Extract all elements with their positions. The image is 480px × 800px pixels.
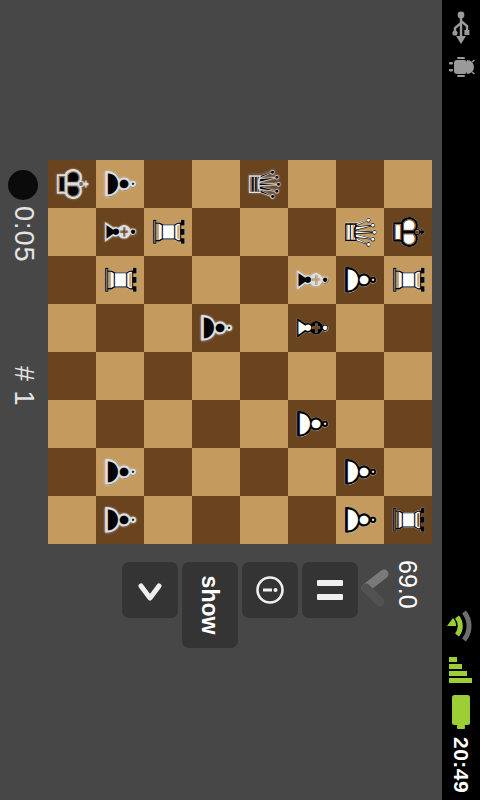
square-c3[interactable] [144, 256, 192, 304]
square-g5[interactable] [240, 448, 288, 496]
square-b1[interactable] [48, 208, 96, 256]
piece-bB-b2: ♝♗ [96, 208, 144, 256]
square-h8[interactable]: ♜♖ [384, 496, 432, 544]
adb-debug-icon [442, 54, 480, 80]
square-g7[interactable]: ♟♙ [336, 448, 384, 496]
square-d2[interactable] [96, 304, 144, 352]
status-bar: 20:49 [442, 0, 480, 800]
piece-bP-d4: ♟♙ [192, 304, 240, 352]
pause-button[interactable] [302, 562, 358, 618]
system-clock: 20:49 [442, 737, 480, 793]
square-g6[interactable] [288, 448, 336, 496]
square-h5[interactable] [240, 496, 288, 544]
square-a7[interactable] [336, 160, 384, 208]
elapsed-time: 0:05 [8, 206, 39, 263]
square-f1[interactable] [48, 400, 96, 448]
square-c5[interactable] [240, 256, 288, 304]
square-c1[interactable] [48, 256, 96, 304]
info-button[interactable] [242, 562, 298, 618]
square-f7[interactable] [336, 400, 384, 448]
square-b6[interactable] [288, 208, 336, 256]
square-d7[interactable] [336, 304, 384, 352]
pencil-icon [358, 566, 392, 610]
square-d1[interactable] [48, 304, 96, 352]
square-e1[interactable] [48, 352, 96, 400]
piece-wR-c8: ♜♖ [384, 256, 432, 304]
piece-wP-h7: ♟♙ [336, 496, 384, 544]
info-icon [254, 574, 286, 606]
square-a5[interactable]: ♛♕ [240, 160, 288, 208]
square-b2[interactable]: ♝♗ [96, 208, 144, 256]
square-a8[interactable] [384, 160, 432, 208]
square-f4[interactable] [192, 400, 240, 448]
square-g3[interactable] [144, 448, 192, 496]
piece-wB-d6: ♝♗ [288, 304, 336, 352]
square-e2[interactable] [96, 352, 144, 400]
piece-wP-g7: ♟♙ [336, 448, 384, 496]
square-g1[interactable] [48, 448, 96, 496]
piece-wR-h8: ♜♖ [384, 496, 432, 544]
phone-screen: 20:49 ♚♔♜♖♜♖♛♕♟♙♟♙♟♙♝♗♝♗♟♙♛♕♟♙♜♖♟♙♝♗♜♖♟♙… [0, 0, 480, 800]
pause-bar-icon [317, 594, 343, 600]
show-button[interactable]: show [182, 562, 238, 648]
square-a1[interactable]: ♚♔ [48, 160, 96, 208]
square-f8[interactable] [384, 400, 432, 448]
pause-bar-icon [317, 580, 343, 586]
signal-bars-icon [442, 656, 480, 686]
score-value: 69.0 [393, 560, 422, 609]
square-d5[interactable] [240, 304, 288, 352]
usb-icon [442, 10, 480, 44]
piece-wR-b3: ♜♖ [144, 208, 192, 256]
square-h7[interactable]: ♟♙ [336, 496, 384, 544]
square-f3[interactable] [144, 400, 192, 448]
piece-bB-c6: ♝♗ [288, 256, 336, 304]
app-landscape-canvas: 20:49 ♚♔♜♖♜♖♛♕♟♙♟♙♟♙♝♗♝♗♟♙♛♕♟♙♜♖♟♙♝♗♜♖♟♙… [0, 0, 480, 800]
piece-bK-a1: ♚♔ [48, 160, 96, 208]
square-h4[interactable] [192, 496, 240, 544]
square-f2[interactable] [96, 400, 144, 448]
piece-bQ-a5: ♛♕ [240, 160, 288, 208]
square-c6[interactable]: ♝♗ [288, 256, 336, 304]
piece-bP-g2: ♟♙ [96, 448, 144, 496]
square-d4[interactable]: ♟♙ [192, 304, 240, 352]
piece-bP-h2: ♟♙ [96, 496, 144, 544]
square-e5[interactable] [240, 352, 288, 400]
square-g8[interactable] [384, 448, 432, 496]
square-f6[interactable]: ♟♙ [288, 400, 336, 448]
square-b8[interactable]: ♚♔ [384, 208, 432, 256]
square-c2[interactable]: ♜♖ [96, 256, 144, 304]
square-h2[interactable]: ♟♙ [96, 496, 144, 544]
square-a3[interactable] [144, 160, 192, 208]
square-a2[interactable]: ♟♙ [96, 160, 144, 208]
square-h3[interactable] [144, 496, 192, 544]
square-b5[interactable] [240, 208, 288, 256]
piece-wP-f6: ♟♙ [288, 400, 336, 448]
square-d3[interactable] [144, 304, 192, 352]
square-h1[interactable] [48, 496, 96, 544]
chevron-right-icon [134, 574, 166, 606]
square-d8[interactable] [384, 304, 432, 352]
square-a4[interactable] [192, 160, 240, 208]
square-c7[interactable]: ♟♙ [336, 256, 384, 304]
square-e4[interactable] [192, 352, 240, 400]
mate-in-label: # 1 [8, 366, 39, 407]
square-c4[interactable] [192, 256, 240, 304]
piece-wP-c7: ♟♙ [336, 256, 384, 304]
square-d6[interactable]: ♝♗ [288, 304, 336, 352]
piece-bP-a2: ♟♙ [96, 160, 144, 208]
square-e8[interactable] [384, 352, 432, 400]
square-g4[interactable] [192, 448, 240, 496]
square-b4[interactable] [192, 208, 240, 256]
next-button[interactable] [122, 562, 178, 618]
square-e6[interactable] [288, 352, 336, 400]
wifi-icon [442, 606, 480, 646]
piece-wR-c2: ♜♖ [96, 256, 144, 304]
square-h6[interactable] [288, 496, 336, 544]
square-f5[interactable] [240, 400, 288, 448]
chess-board: ♚♔♜♖♜♖♛♕♟♙♟♙♟♙♝♗♝♗♟♙♛♕♟♙♜♖♟♙♝♗♜♖♟♙♟♙♚♔ [48, 160, 432, 544]
square-e3[interactable] [144, 352, 192, 400]
square-e7[interactable] [336, 352, 384, 400]
square-b7[interactable]: ♛♕ [336, 208, 384, 256]
piece-wK-b8: ♚♔ [384, 208, 432, 256]
turn-indicator-disc [8, 170, 38, 200]
battery-icon [442, 694, 480, 732]
square-a6[interactable] [288, 160, 336, 208]
piece-wQ-b7: ♛♕ [336, 208, 384, 256]
square-b3[interactable]: ♜♖ [144, 208, 192, 256]
square-c8[interactable]: ♜♖ [384, 256, 432, 304]
square-g2[interactable]: ♟♙ [96, 448, 144, 496]
